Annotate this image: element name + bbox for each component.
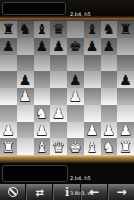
piece-black-pawn[interactable]: ♟: [52, 39, 65, 53]
piece-white-pawn[interactable]: ♟: [2, 123, 15, 137]
square-d1[interactable]: ♛: [50, 138, 67, 155]
square-c8[interactable]: ♝: [34, 21, 51, 38]
flip-board-icon: ⇄: [36, 187, 44, 198]
square-c3[interactable]: ♞: [34, 105, 51, 122]
square-d3[interactable]: ♟: [50, 105, 67, 122]
move-line: 2.b4, h5: [70, 176, 94, 181]
square-f6[interactable]: [84, 55, 101, 72]
move-line: 2.b4, h5: [70, 12, 94, 17]
square-h5[interactable]: ♟: [117, 71, 134, 88]
square-g5[interactable]: [101, 71, 118, 88]
square-e1[interactable]: ♚: [67, 138, 84, 155]
square-f4[interactable]: [84, 88, 101, 105]
square-e3[interactable]: [67, 105, 84, 122]
top-info-bar: 2.b4, h5 3.Nc3, e5 4.d3, Ke7: [0, 0, 134, 16]
square-f1[interactable]: ♝: [84, 138, 101, 155]
piece-black-pawn[interactable]: ♟: [19, 73, 32, 87]
square-h6[interactable]: [117, 55, 134, 72]
piece-black-pawn[interactable]: ♟: [36, 39, 49, 53]
square-b1[interactable]: [17, 138, 34, 155]
square-d5[interactable]: [50, 71, 67, 88]
square-a8[interactable]: ♜: [0, 21, 17, 38]
square-e7[interactable]: ♚: [67, 38, 84, 55]
square-d2[interactable]: [50, 122, 67, 139]
piece-white-pawn[interactable]: ♟: [119, 123, 132, 137]
piece-white-knight[interactable]: ♞: [36, 106, 49, 120]
square-e2[interactable]: [67, 122, 84, 139]
square-g8[interactable]: ♞: [101, 21, 118, 38]
chess-app: 2.b4, h5 3.Nc3, e5 4.d3, Ke7 ♜♞♝♛♝♞♜♟♟♟♚…: [0, 0, 134, 200]
square-c5[interactable]: [34, 71, 51, 88]
block-icon: [8, 187, 18, 197]
piece-black-bishop[interactable]: ♝: [36, 22, 49, 36]
square-e4[interactable]: ♟: [67, 88, 84, 105]
move-line: 3.Nc3, e5: [70, 191, 94, 196]
piece-black-knight[interactable]: ♞: [103, 22, 116, 36]
square-a6[interactable]: [0, 55, 17, 72]
square-a1[interactable]: ♜: [0, 138, 17, 155]
piece-black-rook[interactable]: ♜: [119, 22, 132, 36]
piece-white-pawn[interactable]: ♟: [86, 123, 99, 137]
square-a5[interactable]: [0, 71, 17, 88]
piece-white-pawn[interactable]: ♟: [36, 123, 49, 137]
move-list-bottom: 2.b4, h5 3.Nc3, e5 4.d3, Ke7: [70, 166, 94, 200]
piece-black-pawn[interactable]: ♟: [103, 39, 116, 53]
square-a2[interactable]: ♟: [0, 122, 17, 139]
square-g6[interactable]: [101, 55, 118, 72]
square-d7[interactable]: ♟: [50, 38, 67, 55]
square-g3[interactable]: [101, 105, 118, 122]
square-a7[interactable]: ♟: [0, 38, 17, 55]
square-c7[interactable]: ♟: [34, 38, 51, 55]
square-h7[interactable]: [117, 38, 134, 55]
square-f5[interactable]: [84, 71, 101, 88]
square-c6[interactable]: [34, 55, 51, 72]
piece-white-pawn[interactable]: ♟: [69, 89, 82, 103]
square-b5[interactable]: ♟: [17, 71, 34, 88]
piece-black-king[interactable]: ♚: [69, 39, 82, 53]
square-d4[interactable]: [50, 88, 67, 105]
square-d8[interactable]: ♛: [50, 21, 67, 38]
square-e8[interactable]: [67, 21, 84, 38]
piece-black-bishop[interactable]: ♝: [86, 22, 99, 36]
bottom-info-bar: 2.b4, h5 3.Nc3, e5 4.d3, Ke7: [0, 163, 134, 184]
square-b3[interactable]: [17, 105, 34, 122]
piece-black-queen[interactable]: ♛: [52, 22, 65, 36]
right-arrow-icon: →: [116, 185, 126, 199]
piece-black-pawn[interactable]: ♟: [119, 73, 132, 87]
piece-white-pawn[interactable]: ♟: [103, 123, 116, 137]
square-b6[interactable]: [17, 55, 34, 72]
piece-white-pawn[interactable]: ♟: [52, 106, 65, 120]
board-frame-bottom-rail: [0, 155, 134, 163]
square-c1[interactable]: ♝: [34, 138, 51, 155]
piece-white-pawn[interactable]: ♟: [19, 89, 32, 103]
square-b2[interactable]: [17, 122, 34, 139]
redo-button[interactable]: →: [108, 184, 134, 200]
square-f2[interactable]: ♟: [84, 122, 101, 139]
toolbar: ⇄ i ← →: [0, 184, 134, 200]
flip-board-button[interactable]: ⇄: [26, 184, 53, 200]
square-f7[interactable]: ♟: [84, 38, 101, 55]
square-g2[interactable]: ♟: [101, 122, 118, 139]
piece-white-king[interactable]: ♚: [69, 140, 82, 154]
piece-white-rook[interactable]: ♜: [2, 140, 15, 154]
square-a3[interactable]: [0, 105, 17, 122]
square-c4[interactable]: [34, 88, 51, 105]
square-e6[interactable]: [67, 55, 84, 72]
square-g1[interactable]: ♞: [101, 138, 118, 155]
chess-board: ♜♞♝♛♝♞♜♟♟♟♚♟♟♟♟♟♟♟♞♟♟♟♟♟♟♜♝♛♚♝♞♜: [0, 21, 134, 155]
square-g4[interactable]: [101, 88, 118, 105]
square-e5[interactable]: ♟: [67, 71, 84, 88]
square-d6[interactable]: [50, 55, 67, 72]
piece-black-pawn[interactable]: ♟: [86, 39, 99, 53]
square-f3[interactable]: [84, 105, 101, 122]
piece-white-queen[interactable]: ♛: [52, 140, 65, 154]
piece-black-rook[interactable]: ♜: [2, 22, 15, 36]
piece-black-knight[interactable]: ♞: [19, 22, 32, 36]
square-h4[interactable]: [117, 88, 134, 105]
piece-black-pawn[interactable]: ♟: [2, 39, 15, 53]
piece-white-rook[interactable]: ♜: [119, 140, 132, 154]
square-h2[interactable]: ♟: [117, 122, 134, 139]
square-f8[interactable]: ♝: [84, 21, 101, 38]
square-b8[interactable]: ♞: [17, 21, 34, 38]
square-g7[interactable]: ♟: [101, 38, 118, 55]
captured-pieces-tray-top: [2, 2, 66, 15]
square-b7[interactable]: [17, 38, 34, 55]
square-a4[interactable]: [0, 88, 17, 105]
piece-black-pawn[interactable]: ♟: [69, 73, 82, 87]
piece-white-bishop[interactable]: ♝: [36, 140, 49, 154]
captured-pieces-tray-bottom: [2, 165, 68, 182]
square-b4[interactable]: ♟: [17, 88, 34, 105]
square-h3[interactable]: [117, 105, 134, 122]
piece-white-bishop[interactable]: ♝: [86, 140, 99, 154]
square-c2[interactable]: ♟: [34, 122, 51, 139]
board-area: ♜♞♝♛♝♞♜♟♟♟♚♟♟♟♟♟♟♟♞♟♟♟♟♟♟♜♝♛♚♝♞♜: [0, 21, 134, 155]
square-h8[interactable]: ♜: [117, 21, 134, 38]
piece-white-knight[interactable]: ♞: [103, 140, 116, 154]
info-icon: i: [65, 186, 69, 199]
square-h1[interactable]: ♜: [117, 138, 134, 155]
cancel-button[interactable]: [0, 184, 26, 200]
